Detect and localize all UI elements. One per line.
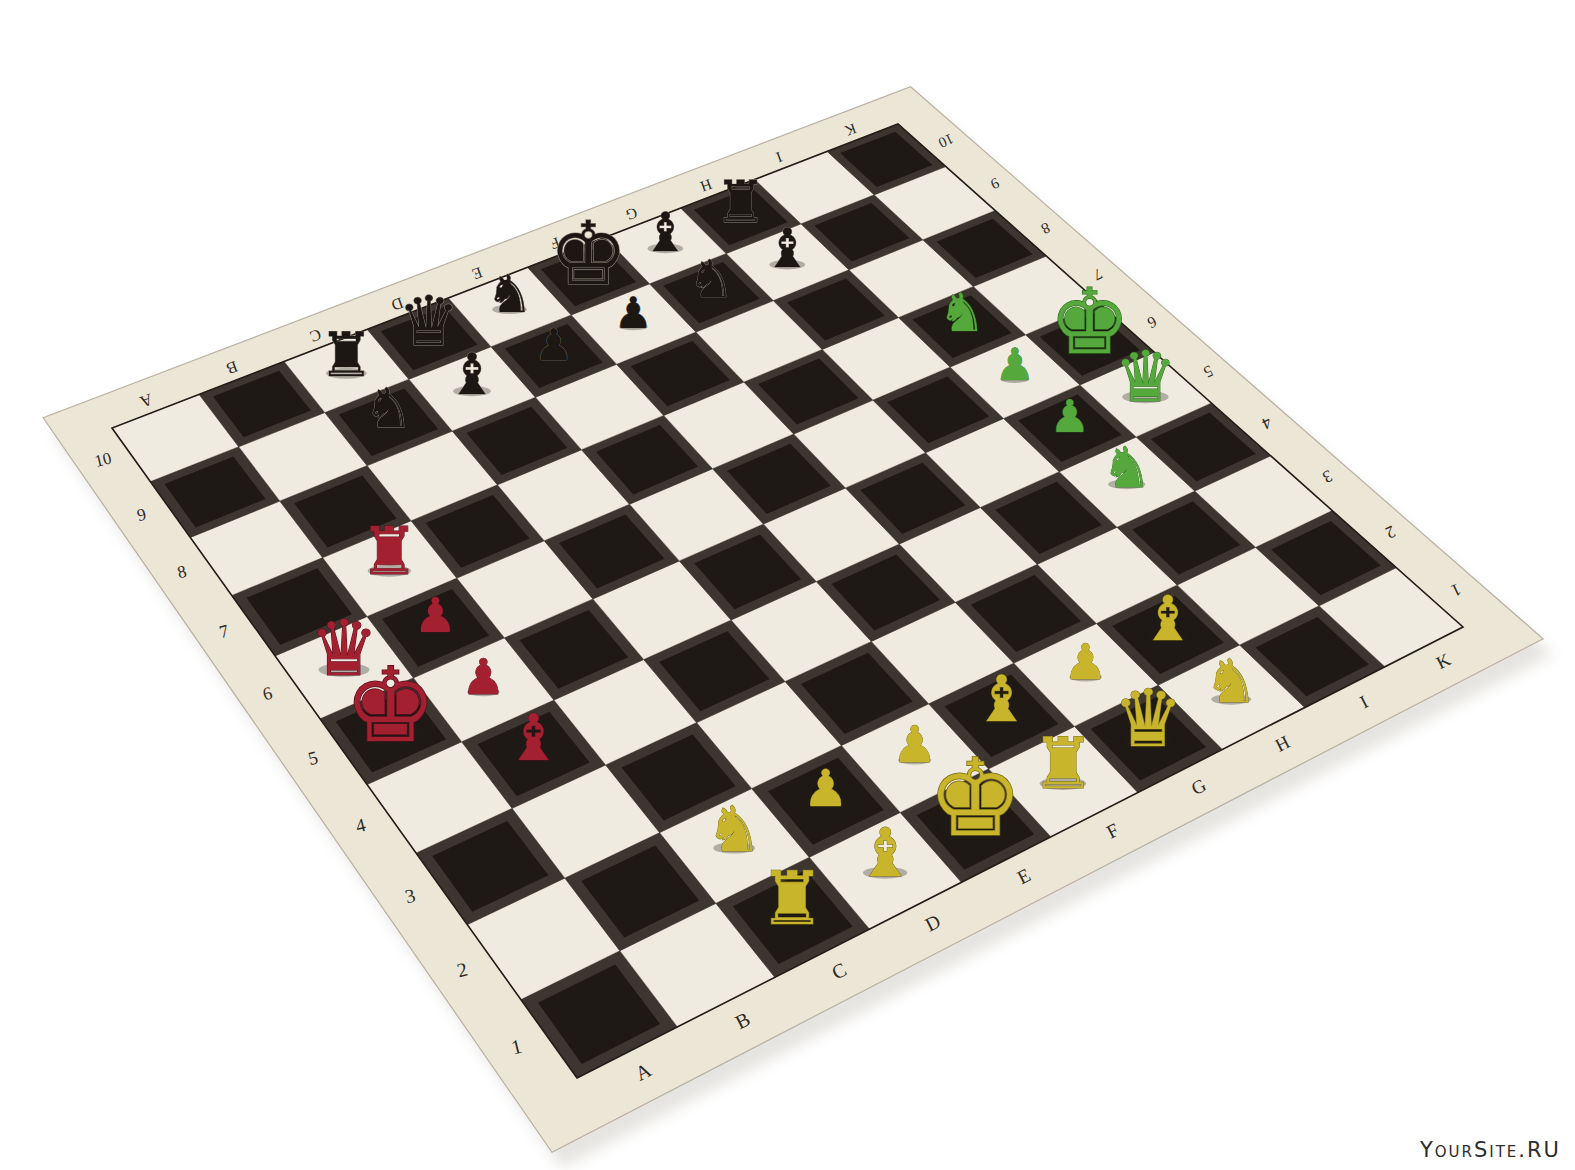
piece-green-knight-I7[interactable]: ♞	[938, 282, 985, 343]
piece-yellow-pawn-D2[interactable]: ♟	[803, 759, 849, 818]
board-svg: AABBCCDDEEFFGGHHIIKK11223344556677889910…	[0, 0, 1575, 1170]
page: AABBCCDDEEFFGGHHIIKK11223344556677889910…	[0, 0, 1575, 1170]
piece-yellow-rook-F1[interactable]: ♜	[1031, 722, 1094, 805]
piece-yellow-bishop-H2[interactable]: ♝	[1140, 582, 1196, 655]
piece-red-pawn-B5[interactable]: ♟	[461, 648, 505, 706]
piece-yellow-bishop-F2[interactable]: ♝	[973, 662, 1030, 736]
piece-black-rook-H10[interactable]: ♜	[715, 168, 767, 236]
piece-yellow-queen-G1[interactable]: ♛	[1113, 673, 1184, 765]
piece-black-knight-E10[interactable]: ♞	[486, 263, 533, 324]
watermark: YourSite.RU	[1420, 1138, 1561, 1162]
piece-yellow-king-E1[interactable]: ♚	[928, 736, 1023, 860]
piece-yellow-knight-C2[interactable]: ♞	[706, 792, 763, 866]
piece-black-bishop-H9[interactable]: ♝	[763, 217, 812, 280]
piece-yellow-rook-C1[interactable]: ♜	[759, 855, 825, 941]
piece-black-bishop-D9[interactable]: ♝	[446, 341, 497, 407]
piece-green-pawn-I6[interactable]: ♟	[995, 339, 1035, 390]
piece-red-bishop-B4[interactable]: ♝	[504, 700, 562, 775]
piece-red-pawn-B6[interactable]: ♟	[414, 587, 457, 643]
piece-green-queen-K5[interactable]: ♛	[1114, 336, 1177, 418]
piece-black-pawn-F9[interactable]: ♟	[614, 288, 653, 338]
piece-yellow-knight-H1[interactable]: ♞	[1204, 646, 1258, 716]
piece-green-knight-I4[interactable]: ♞	[1102, 435, 1152, 500]
piece-red-king-A5[interactable]: ♚	[344, 645, 437, 765]
board: AABBCCDDEEFFGGHHIIKK11223344556677889910…	[43, 87, 1553, 1169]
piece-green-pawn-I5[interactable]: ♟	[1049, 390, 1089, 443]
piece-yellow-pawn-G2[interactable]: ♟	[1064, 633, 1108, 691]
piece-red-rook-B7[interactable]: ♜	[360, 513, 419, 590]
piece-black-knight-G9[interactable]: ♞	[688, 249, 735, 309]
piece-black-knight-C9[interactable]: ♞	[364, 376, 413, 440]
piece-black-bishop-G10[interactable]: ♝	[641, 201, 689, 264]
piece-black-pawn-E9[interactable]: ♟	[534, 319, 573, 370]
piece-yellow-bishop-D1[interactable]: ♝	[855, 814, 915, 892]
